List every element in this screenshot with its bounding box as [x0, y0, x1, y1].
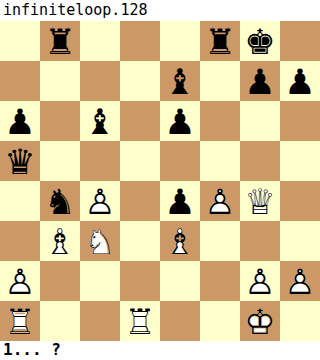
square-e3[interactable]: ♝♗ — [160, 221, 200, 261]
square-a7[interactable] — [0, 61, 40, 101]
square-e1[interactable] — [160, 301, 200, 341]
square-f8[interactable]: ♜ — [200, 21, 240, 61]
square-h5[interactable] — [280, 141, 320, 181]
square-g1[interactable]: ♚♔ — [240, 301, 280, 341]
square-h6[interactable] — [280, 101, 320, 141]
square-h2[interactable]: ♟♙ — [280, 261, 320, 301]
square-c7[interactable] — [80, 61, 120, 101]
square-g3[interactable] — [240, 221, 280, 261]
square-h1[interactable] — [280, 301, 320, 341]
square-d4[interactable] — [120, 181, 160, 221]
square-e6[interactable]: ♟ — [160, 101, 200, 141]
piece-outline-layer: ♔ — [240, 301, 280, 341]
square-f3[interactable] — [200, 221, 240, 261]
square-h7[interactable]: ♟ — [280, 61, 320, 101]
square-f5[interactable] — [200, 141, 240, 181]
piece-white-pawn: ♟♙ — [280, 261, 320, 301]
square-f4[interactable]: ♟♙ — [200, 181, 240, 221]
square-h3[interactable] — [280, 221, 320, 261]
square-d1[interactable]: ♜♖ — [120, 301, 160, 341]
piece-white-pawn: ♟♙ — [200, 181, 240, 221]
piece-black-knight: ♞ — [40, 181, 80, 221]
square-g2[interactable]: ♟♙ — [240, 261, 280, 301]
piece-black-queen: ♛ — [0, 141, 40, 181]
square-d6[interactable] — [120, 101, 160, 141]
move-prompt: 1... ? — [0, 341, 320, 360]
piece-outline-layer: ♙ — [80, 181, 120, 221]
square-e2[interactable] — [160, 261, 200, 301]
square-g7[interactable]: ♟ — [240, 61, 280, 101]
piece-outline-layer: ♗ — [160, 221, 200, 261]
square-c2[interactable] — [80, 261, 120, 301]
square-b7[interactable] — [40, 61, 80, 101]
piece-black-king: ♚ — [240, 21, 280, 61]
piece-black-pawn: ♟ — [160, 181, 200, 221]
piece-outline-layer: ♖ — [120, 301, 160, 341]
piece-white-king: ♚♔ — [240, 301, 280, 341]
square-a4[interactable] — [0, 181, 40, 221]
square-b2[interactable] — [40, 261, 80, 301]
square-g6[interactable] — [240, 101, 280, 141]
square-d3[interactable] — [120, 221, 160, 261]
piece-black-bishop: ♝ — [160, 61, 200, 101]
square-f2[interactable] — [200, 261, 240, 301]
square-h8[interactable] — [280, 21, 320, 61]
piece-outline-layer: ♙ — [280, 261, 320, 301]
piece-outline-layer: ♘ — [80, 221, 120, 261]
square-c4[interactable]: ♟♙ — [80, 181, 120, 221]
square-e8[interactable] — [160, 21, 200, 61]
square-d5[interactable] — [120, 141, 160, 181]
piece-white-rook: ♜♖ — [120, 301, 160, 341]
piece-white-pawn: ♟♙ — [80, 181, 120, 221]
square-g4[interactable]: ♛♕ — [240, 181, 280, 221]
square-c1[interactable] — [80, 301, 120, 341]
square-b1[interactable] — [40, 301, 80, 341]
piece-outline-layer: ♗ — [40, 221, 80, 261]
square-f6[interactable] — [200, 101, 240, 141]
square-b3[interactable]: ♝♗ — [40, 221, 80, 261]
square-a2[interactable]: ♟♙ — [0, 261, 40, 301]
square-c5[interactable] — [80, 141, 120, 181]
square-a3[interactable] — [0, 221, 40, 261]
square-c6[interactable]: ♝ — [80, 101, 120, 141]
piece-white-pawn: ♟♙ — [0, 261, 40, 301]
square-g5[interactable] — [240, 141, 280, 181]
piece-outline-layer: ♙ — [0, 261, 40, 301]
piece-outline-layer: ♙ — [200, 181, 240, 221]
square-a6[interactable]: ♟ — [0, 101, 40, 141]
square-g8[interactable]: ♚ — [240, 21, 280, 61]
piece-outline-layer: ♖ — [0, 301, 40, 341]
piece-black-bishop: ♝ — [80, 101, 120, 141]
piece-black-rook: ♜ — [200, 21, 240, 61]
square-f1[interactable] — [200, 301, 240, 341]
square-h4[interactable] — [280, 181, 320, 221]
square-b4[interactable]: ♞ — [40, 181, 80, 221]
piece-black-pawn: ♟ — [0, 101, 40, 141]
square-d2[interactable] — [120, 261, 160, 301]
piece-black-pawn: ♟ — [280, 61, 320, 101]
piece-white-queen: ♛♕ — [240, 181, 280, 221]
square-b6[interactable] — [40, 101, 80, 141]
square-a8[interactable] — [0, 21, 40, 61]
piece-black-pawn: ♟ — [160, 101, 200, 141]
square-d7[interactable] — [120, 61, 160, 101]
chess-board: ♜♜♚♝♟♟♟♝♟♛♞♟♙♟♟♙♛♕♝♗♞♘♝♗♟♙♟♙♟♙♜♖♜♖♚♔ — [0, 21, 320, 341]
piece-outline-layer: ♕ — [240, 181, 280, 221]
piece-outline-layer: ♙ — [240, 261, 280, 301]
square-b8[interactable]: ♜ — [40, 21, 80, 61]
square-f7[interactable] — [200, 61, 240, 101]
piece-white-bishop: ♝♗ — [160, 221, 200, 261]
square-b5[interactable] — [40, 141, 80, 181]
square-e7[interactable]: ♝ — [160, 61, 200, 101]
square-c3[interactable]: ♞♘ — [80, 221, 120, 261]
piece-black-rook: ♜ — [40, 21, 80, 61]
puzzle-title: infiniteloop.128 — [0, 0, 320, 21]
square-e4[interactable]: ♟ — [160, 181, 200, 221]
piece-white-rook: ♜♖ — [0, 301, 40, 341]
piece-white-knight: ♞♘ — [80, 221, 120, 261]
square-d8[interactable] — [120, 21, 160, 61]
piece-white-pawn: ♟♙ — [240, 261, 280, 301]
piece-black-pawn: ♟ — [240, 61, 280, 101]
square-e5[interactable] — [160, 141, 200, 181]
square-c8[interactable] — [80, 21, 120, 61]
square-a5[interactable]: ♛ — [0, 141, 40, 181]
piece-white-bishop: ♝♗ — [40, 221, 80, 261]
square-a1[interactable]: ♜♖ — [0, 301, 40, 341]
